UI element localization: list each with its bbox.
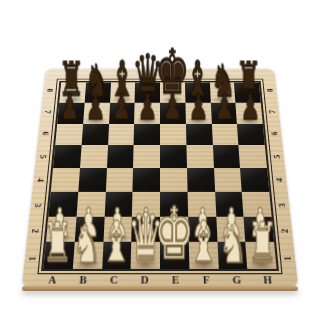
square-g4 [214, 168, 242, 192]
coordinate-label: 5 [29, 151, 57, 161]
chess-set-photo: 87654321 87654321 ABCDEFGH ♜♞♝♛♚♝♞♜♟♟♟♟♟… [0, 0, 320, 320]
square-e5 [160, 145, 187, 168]
square-g5 [212, 145, 240, 168]
coordinate-label: 7 [259, 107, 286, 116]
square-d5 [133, 145, 160, 168]
piece-white-bishop: ♝ [188, 213, 220, 270]
square-a7: ♟ [57, 103, 84, 124]
piece-black-pawn: ♟ [189, 89, 209, 125]
piece-white-knight: ♞ [218, 218, 247, 270]
piece-black-pawn: ♟ [86, 89, 106, 125]
square-b7: ♟ [83, 103, 110, 124]
file-labels: ABCDEFGH [36, 274, 284, 287]
coordinate-label: 6 [32, 129, 60, 139]
square-c5 [107, 145, 134, 168]
coordinate-label: 6 [261, 129, 289, 139]
coordinate-label: 8 [37, 86, 64, 95]
square-b5 [80, 145, 108, 168]
square-h4 [240, 168, 269, 192]
coordinate-label: A [36, 274, 68, 287]
square-a1: ♜ [43, 242, 74, 269]
square-f1: ♝ [189, 242, 219, 269]
square-g7: ♟ [210, 103, 237, 124]
coordinate-label: 5 [263, 151, 291, 161]
square-e4 [160, 168, 187, 192]
square-h1: ♜ [246, 242, 277, 269]
piece-white-knight: ♞ [73, 218, 102, 270]
square-a4 [51, 168, 80, 192]
coordinate-label: F [191, 274, 222, 287]
piece-black-pawn: ♟ [60, 89, 80, 125]
square-d4 [133, 168, 160, 192]
square-f7: ♟ [185, 103, 211, 124]
square-b4 [78, 168, 106, 192]
board-edge [22, 286, 298, 291]
square-e7: ♟ [160, 103, 186, 124]
square-c7: ♟ [109, 103, 135, 124]
coordinate-label: G [221, 274, 253, 287]
square-b1: ♞ [73, 242, 103, 269]
piece-black-pawn: ♟ [137, 89, 157, 125]
piece-white-rook: ♜ [43, 215, 73, 270]
square-d7: ♟ [134, 103, 160, 124]
piece-white-rook: ♜ [247, 215, 277, 270]
square-g1: ♞ [217, 242, 247, 269]
piece-black-pawn: ♟ [214, 89, 234, 125]
coordinate-label: C [98, 274, 129, 287]
piece-black-pawn: ♟ [112, 89, 132, 125]
coordinate-label: E [160, 274, 191, 287]
square-e1: ♚ [160, 242, 189, 269]
piece-black-pawn: ♟ [163, 89, 183, 125]
square-a5 [53, 145, 81, 168]
square-c4 [105, 168, 133, 192]
square-f4 [187, 168, 215, 192]
coordinate-label: 8 [257, 86, 284, 95]
coordinate-label: 7 [34, 107, 61, 116]
coordinate-label: H [252, 274, 284, 287]
square-f5 [186, 145, 213, 168]
chess-board: 87654321 87654321 ABCDEFGH ♜♞♝♛♚♝♞♜♟♟♟♟♟… [22, 69, 299, 288]
coordinate-label: D [129, 274, 160, 287]
coordinate-label: B [67, 274, 99, 287]
